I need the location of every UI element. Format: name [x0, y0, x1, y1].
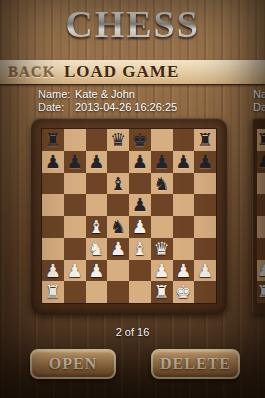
square-c5 — [86, 194, 108, 216]
white-pawn-piece: ♟ — [42, 260, 64, 282]
black-pawn-piece: ♟ — [64, 151, 86, 173]
square-h8: ♜ — [194, 129, 216, 151]
name-value: Kate & John — [75, 88, 135, 101]
square-h1 — [194, 281, 216, 303]
white-rook-piece: ♜ — [257, 281, 265, 303]
square-d3: ♟ — [107, 238, 129, 260]
next-board-square-a4 — [257, 216, 265, 238]
square-b1 — [64, 281, 86, 303]
chess-board: ♜♛♚♜♟♟♟♟♟♟♟♝♞♟♝♞♟♞♟♝♛♟♟♟♟♟♟♜♜♚ — [42, 129, 216, 303]
next-name-label: Na — [253, 88, 265, 101]
square-a5 — [42, 194, 64, 216]
load-game-screen: CHESS BACK LOAD GAME Name: Kate & John D… — [0, 0, 265, 398]
white-king-piece: ♚ — [173, 281, 195, 303]
black-bishop-piece: ♝ — [107, 173, 129, 195]
square-b5 — [64, 194, 86, 216]
square-f1: ♜ — [151, 281, 173, 303]
square-d5 — [107, 194, 129, 216]
square-c4: ♝ — [86, 216, 108, 238]
square-b2: ♟ — [64, 260, 86, 282]
square-e1 — [129, 281, 151, 303]
date-value: 2013-04-26 16:26:25 — [75, 101, 177, 114]
delete-button[interactable]: DELETE — [151, 349, 240, 379]
square-f4 — [151, 216, 173, 238]
square-a6 — [42, 173, 64, 195]
square-c2: ♟ — [86, 260, 108, 282]
square-e7: ♟ — [129, 151, 151, 173]
square-c8 — [86, 129, 108, 151]
page-indicator: 2 of 16 — [0, 326, 265, 338]
square-g3 — [173, 238, 195, 260]
square-c7: ♟ — [86, 151, 108, 173]
black-pawn-piece: ♟ — [151, 151, 173, 173]
next-saved-game-info: Na Da — [253, 88, 265, 113]
square-f7: ♟ — [151, 151, 173, 173]
square-h4 — [194, 216, 216, 238]
nav-bar: BACK LOAD GAME — [0, 60, 265, 85]
next-board-square-a7: ♟ — [257, 151, 265, 173]
square-a8: ♜ — [42, 129, 64, 151]
white-pawn-piece: ♟ — [129, 216, 151, 238]
white-pawn-piece: ♟ — [173, 260, 195, 282]
black-pawn-piece: ♟ — [129, 151, 151, 173]
square-g1: ♚ — [173, 281, 195, 303]
next-board-square-a3 — [257, 238, 265, 260]
square-a2: ♟ — [42, 260, 64, 282]
square-h5 — [194, 194, 216, 216]
black-pawn-piece: ♟ — [42, 151, 64, 173]
square-a7: ♟ — [42, 151, 64, 173]
black-rook-piece: ♜ — [257, 129, 265, 151]
white-pawn-piece: ♟ — [194, 260, 216, 282]
black-pawn-piece: ♟ — [86, 151, 108, 173]
black-pawn-piece: ♟ — [194, 151, 216, 173]
white-pawn-piece: ♟ — [107, 238, 129, 260]
screen-title: LOAD GAME — [64, 62, 179, 82]
next-board-square-a2: ♟ — [257, 260, 265, 282]
back-button[interactable]: BACK — [8, 62, 55, 82]
white-pawn-piece: ♟ — [64, 260, 86, 282]
square-f8 — [151, 129, 173, 151]
black-knight-piece: ♞ — [151, 173, 173, 195]
square-c6 — [86, 173, 108, 195]
black-knight-piece: ♞ — [107, 216, 129, 238]
square-c3: ♞ — [86, 238, 108, 260]
square-f6: ♞ — [151, 173, 173, 195]
saved-game-name-row: Name: Kate & John — [38, 88, 177, 101]
square-e5: ♟ — [129, 194, 151, 216]
square-b7: ♟ — [64, 151, 86, 173]
square-h2: ♟ — [194, 260, 216, 282]
square-g6 — [173, 173, 195, 195]
white-pawn-piece: ♟ — [86, 260, 108, 282]
square-g7: ♟ — [173, 151, 195, 173]
white-bishop-piece: ♝ — [86, 216, 108, 238]
square-a1: ♜ — [42, 281, 64, 303]
square-d2 — [107, 260, 129, 282]
square-f5 — [151, 194, 173, 216]
app-title: CHESS — [0, 2, 265, 46]
white-bishop-piece: ♝ — [129, 238, 151, 260]
square-f3: ♛ — [151, 238, 173, 260]
black-king-piece: ♚ — [129, 129, 151, 151]
next-board-square-a1: ♜ — [257, 281, 265, 303]
next-board-preview-sliver[interactable]: ♜♟♟♜ — [252, 118, 265, 314]
square-e3: ♝ — [129, 238, 151, 260]
square-b8 — [64, 129, 86, 151]
name-label: Name: — [38, 88, 75, 101]
white-pawn-piece: ♟ — [257, 260, 265, 282]
square-f2: ♟ — [151, 260, 173, 282]
square-h6 — [194, 173, 216, 195]
white-rook-piece: ♜ — [151, 281, 173, 303]
open-button[interactable]: OPEN — [30, 349, 116, 379]
square-d1 — [107, 281, 129, 303]
square-g4 — [173, 216, 195, 238]
black-pawn-piece: ♟ — [173, 151, 195, 173]
next-date-label: Da — [253, 101, 265, 114]
date-label: Date: — [38, 101, 75, 114]
square-e8: ♚ — [129, 129, 151, 151]
square-g5 — [173, 194, 195, 216]
square-c1 — [86, 281, 108, 303]
black-rook-piece: ♜ — [194, 129, 216, 151]
white-queen-piece: ♛ — [151, 238, 173, 260]
black-pawn-piece: ♟ — [129, 194, 151, 216]
square-g8 — [173, 129, 195, 151]
black-rook-piece: ♜ — [42, 129, 64, 151]
square-d4: ♞ — [107, 216, 129, 238]
black-pawn-piece: ♟ — [257, 151, 265, 173]
next-board-column: ♜♟♟♜ — [257, 129, 265, 303]
square-e2 — [129, 260, 151, 282]
square-g2: ♟ — [173, 260, 195, 282]
next-board-square-a6 — [257, 173, 265, 195]
square-h3 — [194, 238, 216, 260]
square-d6: ♝ — [107, 173, 129, 195]
saved-game-board-preview[interactable]: ♜♛♚♜♟♟♟♟♟♟♟♝♞♟♝♞♟♞♟♝♛♟♟♟♟♟♟♜♜♚ — [31, 118, 227, 314]
square-b6 — [64, 173, 86, 195]
square-a3 — [42, 238, 64, 260]
square-b3 — [64, 238, 86, 260]
white-knight-piece: ♞ — [86, 238, 108, 260]
square-e4: ♟ — [129, 216, 151, 238]
saved-game-info: Name: Kate & John Date: 2013-04-26 16:26… — [38, 88, 177, 113]
next-board-square-a5 — [257, 194, 265, 216]
white-pawn-piece: ♟ — [151, 260, 173, 282]
saved-game-date-row: Date: 2013-04-26 16:26:25 — [38, 101, 177, 114]
square-e6 — [129, 173, 151, 195]
square-a4 — [42, 216, 64, 238]
white-rook-piece: ♜ — [42, 281, 64, 303]
square-h7: ♟ — [194, 151, 216, 173]
square-d8: ♛ — [107, 129, 129, 151]
square-b4 — [64, 216, 86, 238]
next-board-square-a8: ♜ — [257, 129, 265, 151]
black-queen-piece: ♛ — [107, 129, 129, 151]
square-d7 — [107, 151, 129, 173]
